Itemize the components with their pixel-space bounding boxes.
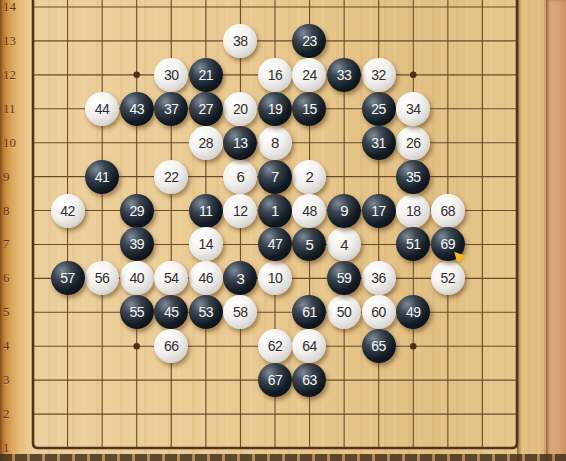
stone-move-60[interactable]: 60: [362, 295, 396, 329]
stone-move-61[interactable]: 61: [292, 295, 326, 329]
stone-number: 64: [302, 339, 317, 353]
stone-move-10[interactable]: 10: [258, 261, 292, 295]
stone-move-28[interactable]: 28: [189, 126, 223, 160]
stone-number: 58: [233, 305, 248, 319]
stone-number: 10: [268, 271, 283, 285]
stone-move-33[interactable]: 33: [327, 58, 361, 92]
stone-move-1[interactable]: 1: [258, 194, 292, 228]
row-label-13: 13: [3, 33, 29, 49]
stone-number: 35: [406, 169, 421, 183]
stone-number: 43: [129, 101, 144, 115]
stone-move-3[interactable]: 3: [223, 261, 257, 295]
stone-number: 24: [302, 67, 317, 81]
stone-number: 32: [371, 67, 386, 81]
stone-number: 68: [440, 203, 455, 217]
stone-move-45[interactable]: 45: [154, 295, 188, 329]
stone-number: 42: [60, 203, 75, 217]
row-label-8: 8: [3, 203, 29, 219]
stone-move-39[interactable]: 39: [120, 227, 154, 261]
row-label-5: 5: [3, 304, 29, 320]
stone-number: 9: [340, 203, 348, 218]
stone-move-54[interactable]: 54: [154, 261, 188, 295]
stone-move-23[interactable]: 23: [292, 24, 326, 58]
row-label-3: 3: [3, 372, 29, 388]
stone-number: 18: [406, 203, 421, 217]
stone-number: 16: [268, 67, 283, 81]
stone-move-16[interactable]: 16: [258, 58, 292, 92]
stone-number: 48: [302, 203, 317, 217]
stone-number: 67: [268, 373, 283, 387]
row-label-12: 12: [3, 67, 29, 83]
stone-number: 12: [233, 203, 248, 217]
stone-number: 14: [199, 237, 214, 251]
last-move-marker: [454, 250, 467, 262]
stone-number: 69: [440, 237, 455, 251]
stone-move-42[interactable]: 42: [51, 194, 85, 228]
stone-move-25[interactable]: 25: [362, 92, 396, 126]
stone-move-6[interactable]: 6: [223, 160, 257, 194]
stone-number: 66: [164, 339, 179, 353]
stone-move-65[interactable]: 65: [362, 329, 396, 363]
stone-move-69[interactable]: 69: [431, 227, 465, 261]
stone-number: 40: [129, 271, 144, 285]
stone-number: 59: [337, 271, 352, 285]
row-label-6: 6: [3, 270, 29, 286]
stone-move-49[interactable]: 49: [396, 295, 430, 329]
stone-move-19[interactable]: 19: [258, 92, 292, 126]
stone-number: 56: [95, 271, 110, 285]
stone-move-53[interactable]: 53: [189, 295, 223, 329]
stone-number: 46: [199, 271, 214, 285]
stone-move-13[interactable]: 13: [223, 126, 257, 160]
go-game-screen: 1234567891011121314151617181920212223242…: [0, 0, 566, 461]
stone-move-62[interactable]: 62: [258, 329, 292, 363]
stone-move-48[interactable]: 48: [292, 194, 326, 228]
row-label-14: 14: [3, 0, 29, 15]
stone-move-63[interactable]: 63: [292, 363, 326, 397]
stone-move-27[interactable]: 27: [189, 92, 223, 126]
stone-move-31[interactable]: 31: [362, 126, 396, 160]
stone-number: 57: [60, 271, 75, 285]
stone-number: 13: [233, 135, 248, 149]
stone-number: 41: [95, 169, 110, 183]
stone-move-52[interactable]: 52: [431, 261, 465, 295]
stone-move-58[interactable]: 58: [223, 295, 257, 329]
stone-move-17[interactable]: 17: [362, 194, 396, 228]
stone-number: 5: [306, 236, 314, 251]
stone-number: 21: [199, 67, 214, 81]
stone-move-8[interactable]: 8: [258, 126, 292, 160]
stone-number: 37: [164, 101, 179, 115]
go-board[interactable]: 1234567891011121314151617181920212223242…: [16, 0, 535, 461]
stone-number: 25: [371, 101, 386, 115]
stone-move-21[interactable]: 21: [189, 58, 223, 92]
stone-move-2[interactable]: 2: [292, 160, 326, 194]
stone-move-68[interactable]: 68: [431, 194, 465, 228]
stone-move-37[interactable]: 37: [154, 92, 188, 126]
stone-number: 36: [371, 271, 386, 285]
stone-move-38[interactable]: 38: [223, 24, 257, 58]
stone-move-55[interactable]: 55: [120, 295, 154, 329]
stone-number: 8: [271, 135, 279, 150]
stone-move-64[interactable]: 64: [292, 329, 326, 363]
row-label-10: 10: [3, 135, 29, 151]
stone-number: 23: [302, 33, 317, 47]
stone-move-24[interactable]: 24: [292, 58, 326, 92]
stone-number: 38: [233, 33, 248, 47]
stone-number: 29: [129, 203, 144, 217]
stone-move-35[interactable]: 35: [396, 160, 430, 194]
stone-move-50[interactable]: 50: [327, 295, 361, 329]
stone-number: 22: [164, 169, 179, 183]
stone-move-34[interactable]: 34: [396, 92, 430, 126]
row-label-11: 11: [3, 101, 29, 117]
stone-number: 2: [306, 169, 314, 184]
stone-move-59[interactable]: 59: [327, 261, 361, 295]
stone-number: 55: [129, 305, 144, 319]
stone-number: 1: [271, 203, 279, 218]
stone-number: 62: [268, 339, 283, 353]
row-label-1: 1: [3, 440, 29, 456]
stone-number: 15: [302, 101, 317, 115]
stone-number: 4: [340, 236, 348, 251]
stone-number: 50: [337, 305, 352, 319]
stone-number: 11: [199, 203, 213, 217]
stone-move-56[interactable]: 56: [85, 261, 119, 295]
stone-number: 19: [268, 101, 283, 115]
stone-move-29[interactable]: 29: [120, 194, 154, 228]
stone-number: 27: [199, 101, 214, 115]
stone-number: 20: [233, 101, 248, 115]
stone-number: 7: [271, 169, 279, 184]
stone-number: 17: [371, 203, 386, 217]
row-label-4: 4: [3, 338, 29, 354]
stone-move-20[interactable]: 20: [223, 92, 257, 126]
stone-move-22[interactable]: 22: [154, 160, 188, 194]
stone-number: 44: [95, 101, 110, 115]
stone-move-57[interactable]: 57: [51, 261, 85, 295]
stone-move-44[interactable]: 44: [85, 92, 119, 126]
stone-number: 61: [302, 305, 317, 319]
stone-move-66[interactable]: 66: [154, 329, 188, 363]
stone-number: 6: [236, 169, 244, 184]
row-label-7: 7: [3, 236, 29, 252]
stone-number: 26: [406, 135, 421, 149]
stone-move-15[interactable]: 15: [292, 92, 326, 126]
stone-number: 52: [440, 271, 455, 285]
stone-move-32[interactable]: 32: [362, 58, 396, 92]
stone-move-11[interactable]: 11: [189, 194, 223, 228]
board-bottom-ledge: [0, 454, 566, 461]
stone-move-30[interactable]: 30: [154, 58, 188, 92]
stone-move-9[interactable]: 9: [327, 194, 361, 228]
row-label-2: 2: [3, 406, 29, 422]
stone-number: 54: [164, 271, 179, 285]
stone-number: 34: [406, 101, 421, 115]
stone-number: 49: [406, 305, 421, 319]
stone-number: 39: [129, 237, 144, 251]
stone-move-4[interactable]: 4: [327, 227, 361, 261]
stone-number: 3: [236, 270, 244, 285]
stone-move-26[interactable]: 26: [396, 126, 430, 160]
stone-number: 60: [371, 305, 386, 319]
stone-move-51[interactable]: 51: [396, 227, 430, 261]
stone-number: 33: [337, 67, 352, 81]
stone-number: 31: [371, 135, 386, 149]
stone-number: 63: [302, 373, 317, 387]
stone-move-43[interactable]: 43: [120, 92, 154, 126]
row-label-9: 9: [3, 169, 29, 185]
stone-move-14[interactable]: 14: [189, 227, 223, 261]
stone-number: 51: [406, 237, 421, 251]
stone-number: 28: [199, 135, 214, 149]
stone-move-5[interactable]: 5: [292, 227, 326, 261]
stone-move-41[interactable]: 41: [85, 160, 119, 194]
stone-number: 65: [371, 339, 386, 353]
stone-move-46[interactable]: 46: [189, 261, 223, 295]
stone-move-12[interactable]: 12: [223, 194, 257, 228]
stone-move-7[interactable]: 7: [258, 160, 292, 194]
stone-move-67[interactable]: 67: [258, 363, 292, 397]
stone-move-40[interactable]: 40: [120, 261, 154, 295]
stone-number: 30: [164, 67, 179, 81]
stone-move-18[interactable]: 18: [396, 194, 430, 228]
stone-number: 47: [268, 237, 283, 251]
stone-number: 53: [199, 305, 214, 319]
stone-move-47[interactable]: 47: [258, 227, 292, 261]
stone-move-36[interactable]: 36: [362, 261, 396, 295]
stone-number: 45: [164, 305, 179, 319]
